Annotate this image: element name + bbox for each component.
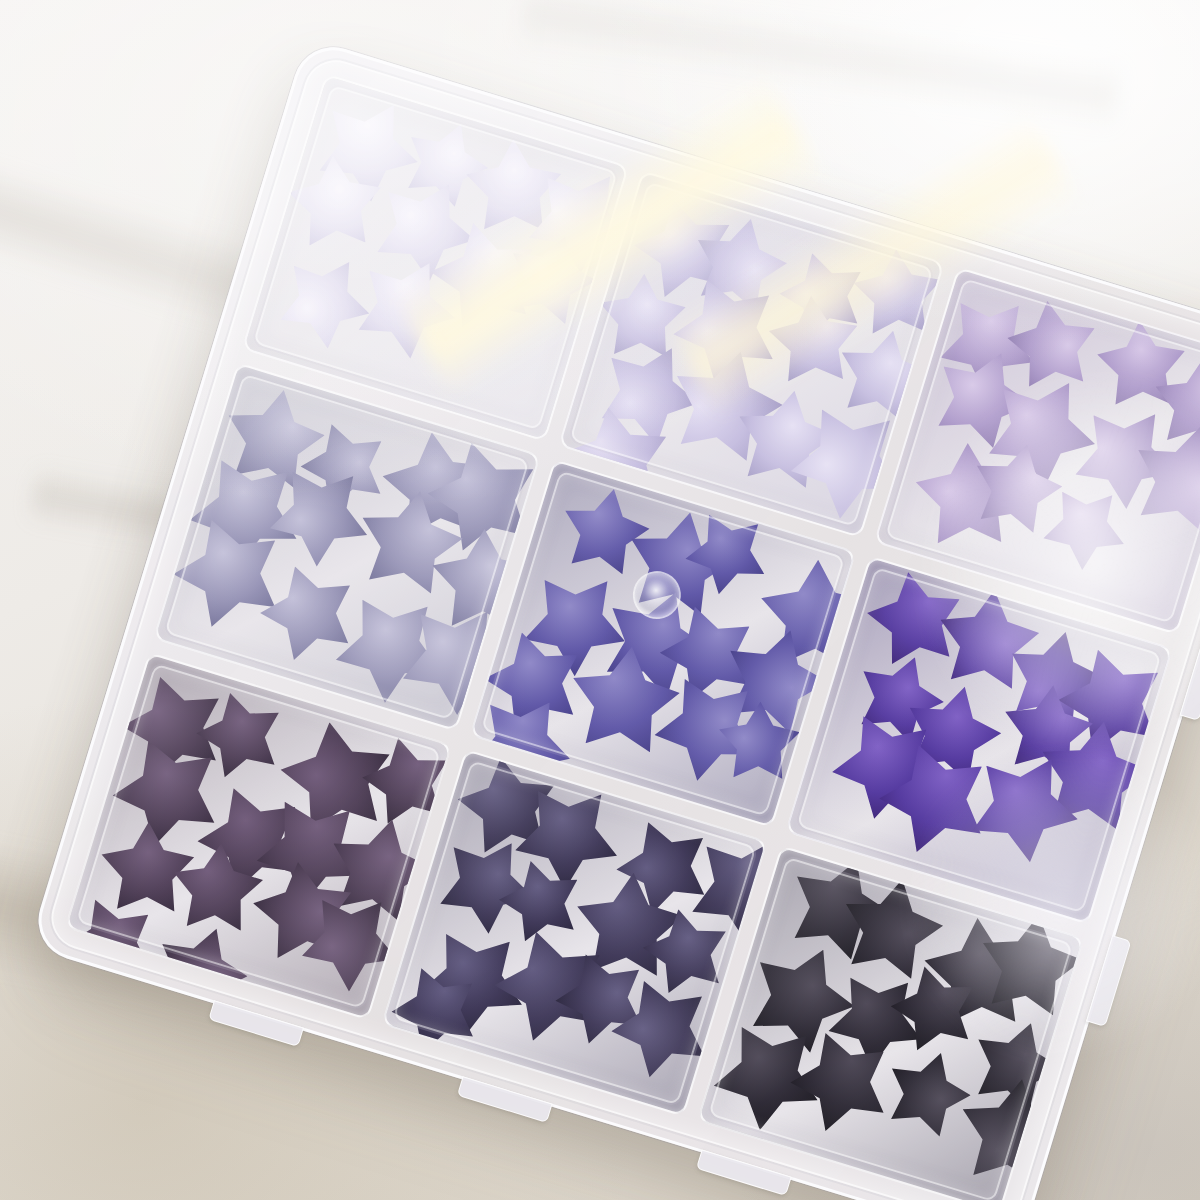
wax-star-bead xyxy=(150,923,250,1020)
wax-star-bead xyxy=(883,1051,972,1140)
photo-stage xyxy=(0,0,1200,1200)
compartment-grid xyxy=(65,74,1200,1200)
storage-box xyxy=(29,37,1200,1200)
hinge-tab xyxy=(208,1000,304,1047)
wax-star-bead xyxy=(850,248,944,342)
hinge-tab xyxy=(696,1149,792,1196)
wax-star-bead xyxy=(551,480,657,586)
marble-vein xyxy=(518,0,1122,131)
latch-tab xyxy=(1086,935,1131,1027)
hinge-tab xyxy=(457,1076,553,1123)
latch-tab xyxy=(1180,629,1200,721)
wax-star-bead xyxy=(258,236,390,368)
